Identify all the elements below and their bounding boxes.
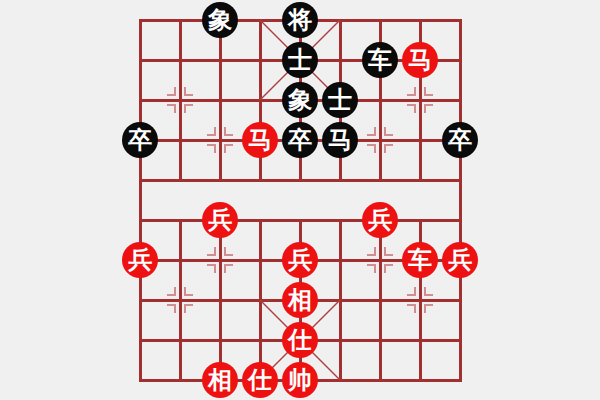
point-marker (167, 104, 176, 113)
point-marker (407, 87, 416, 96)
xiangqi-app-canvas: 象将士车马象士卒马卒马卒兵兵兵兵车兵相仕相仕帅 (0, 0, 600, 400)
xiangqi-board[interactable]: 象将士车马象士卒马卒马卒兵兵兵兵车兵相仕相仕帅 (140, 20, 460, 380)
point-marker (224, 144, 233, 153)
piece-black-zu[interactable]: 卒 (282, 122, 318, 158)
point-marker (384, 127, 393, 136)
point-marker (224, 127, 233, 136)
point-marker (424, 87, 433, 96)
point-marker (184, 87, 193, 96)
piece-red-shi[interactable]: 仕 (242, 362, 278, 398)
point-marker (367, 144, 376, 153)
piece-black-ma[interactable]: 马 (322, 122, 358, 158)
point-marker (367, 264, 376, 273)
point-marker (184, 104, 193, 113)
piece-red-bing[interactable]: 兵 (122, 242, 158, 278)
piece-black-xiang[interactable]: 象 (202, 2, 238, 38)
point-marker (367, 247, 376, 256)
point-marker (207, 144, 216, 153)
point-marker (184, 287, 193, 296)
piece-red-ma[interactable]: 马 (242, 122, 278, 158)
piece-black-xiang[interactable]: 象 (282, 82, 318, 118)
point-marker (424, 287, 433, 296)
piece-black-zu[interactable]: 卒 (122, 122, 158, 158)
piece-black-shi[interactable]: 士 (322, 82, 358, 118)
piece-red-bing[interactable]: 兵 (442, 242, 478, 278)
point-marker (424, 304, 433, 313)
piece-red-bing[interactable]: 兵 (202, 202, 238, 238)
piece-red-xiang[interactable]: 相 (282, 282, 318, 318)
point-marker (384, 247, 393, 256)
point-marker (207, 247, 216, 256)
point-marker (207, 127, 216, 136)
point-marker (407, 304, 416, 313)
piece-red-ju[interactable]: 车 (402, 242, 438, 278)
point-marker (424, 104, 433, 113)
point-marker (207, 264, 216, 273)
point-marker (407, 104, 416, 113)
piece-black-ju[interactable]: 车 (362, 42, 398, 78)
piece-black-shi[interactable]: 士 (282, 42, 318, 78)
point-marker (384, 264, 393, 273)
piece-red-shi[interactable]: 仕 (282, 322, 318, 358)
piece-red-bing[interactable]: 兵 (282, 242, 318, 278)
piece-red-bing[interactable]: 兵 (362, 202, 398, 238)
piece-red-ma[interactable]: 马 (402, 42, 438, 78)
point-marker (407, 287, 416, 296)
point-marker (167, 287, 176, 296)
point-marker (224, 247, 233, 256)
piece-red-shuai[interactable]: 帅 (282, 362, 318, 398)
point-marker (367, 127, 376, 136)
piece-red-xiang[interactable]: 相 (202, 362, 238, 398)
point-marker (224, 264, 233, 273)
point-marker (384, 144, 393, 153)
piece-black-jiang[interactable]: 将 (282, 2, 318, 38)
piece-black-zu[interactable]: 卒 (442, 122, 478, 158)
point-marker (167, 87, 176, 96)
point-marker (167, 304, 176, 313)
point-marker (184, 304, 193, 313)
